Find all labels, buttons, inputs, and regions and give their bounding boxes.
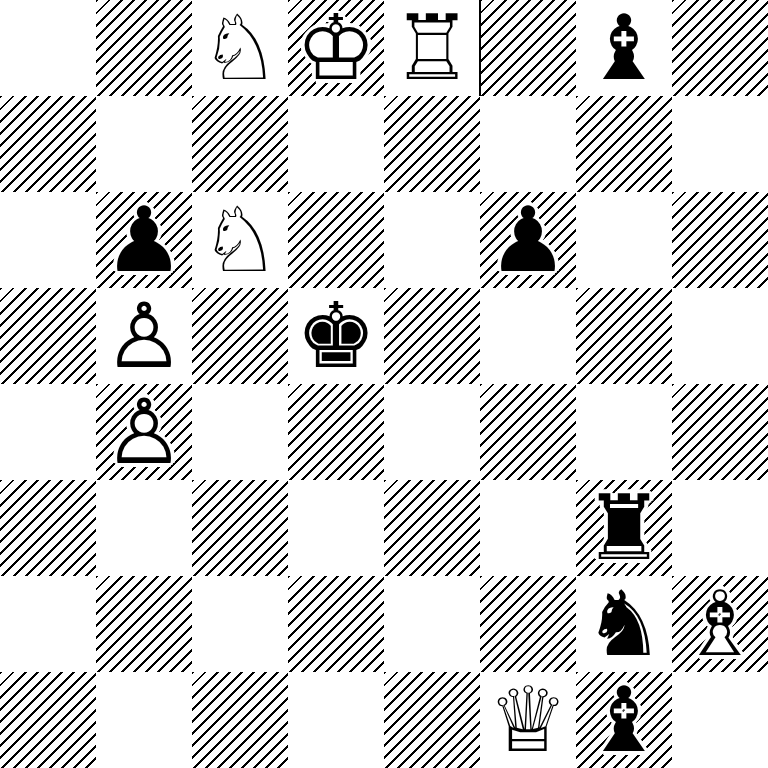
square-b7[interactable] <box>96 96 192 192</box>
piece-white-knight: ♞♘ <box>192 192 288 288</box>
square-h3[interactable] <box>672 480 768 576</box>
square-e7[interactable] <box>384 96 480 192</box>
piece-white-bishop: ♝♗ <box>672 576 768 672</box>
black-bishop-halo: ♝ <box>576 0 672 96</box>
black-pawn-icon: ♟ <box>480 192 576 288</box>
white-bishop-icon: ♗ <box>672 576 768 672</box>
square-b3[interactable] <box>96 480 192 576</box>
square-a1[interactable] <box>0 672 96 768</box>
square-a2[interactable] <box>0 576 96 672</box>
square-f4[interactable] <box>480 384 576 480</box>
piece-black-bishop: ♝♝ <box>576 672 672 768</box>
white-knight-halo: ♞ <box>192 192 288 288</box>
black-bishop-icon: ♝ <box>576 672 672 768</box>
square-c2[interactable] <box>192 576 288 672</box>
square-f2[interactable] <box>480 576 576 672</box>
piece-white-pawn: ♟♙ <box>96 288 192 384</box>
square-d2[interactable] <box>288 576 384 672</box>
piece-white-king: ♚♔ <box>288 0 384 96</box>
piece-white-knight: ♞♘ <box>192 0 288 96</box>
piece-black-pawn: ♟♟ <box>96 192 192 288</box>
black-bishop-halo: ♝ <box>576 672 672 768</box>
square-b4[interactable]: ♟♙ <box>96 384 192 480</box>
black-pawn-icon: ♟ <box>96 192 192 288</box>
square-d6[interactable] <box>288 192 384 288</box>
square-d7[interactable] <box>288 96 384 192</box>
square-d3[interactable] <box>288 480 384 576</box>
square-g8[interactable]: ♝♝ <box>576 0 672 96</box>
black-rook-halo: ♜ <box>576 480 672 576</box>
white-pawn-icon: ♙ <box>96 288 192 384</box>
white-pawn-halo: ♟ <box>96 384 192 480</box>
white-knight-icon: ♘ <box>192 0 288 96</box>
square-c6[interactable]: ♞♘ <box>192 192 288 288</box>
white-bishop-halo: ♝ <box>672 576 768 672</box>
square-f7[interactable] <box>480 96 576 192</box>
piece-white-queen: ♛♕ <box>480 672 576 768</box>
piece-white-pawn: ♟♙ <box>96 384 192 480</box>
square-g7[interactable] <box>576 96 672 192</box>
piece-black-king: ♚♚ <box>288 288 384 384</box>
square-h7[interactable] <box>672 96 768 192</box>
square-c5[interactable] <box>192 288 288 384</box>
square-b1[interactable] <box>96 672 192 768</box>
piece-white-rook: ♜♖ <box>384 0 480 96</box>
white-rook-halo: ♜ <box>384 0 480 96</box>
white-pawn-icon: ♙ <box>96 384 192 480</box>
black-pawn-halo: ♟ <box>480 192 576 288</box>
square-c4[interactable] <box>192 384 288 480</box>
square-f3[interactable] <box>480 480 576 576</box>
square-d1[interactable] <box>288 672 384 768</box>
square-a4[interactable] <box>0 384 96 480</box>
square-f5[interactable] <box>480 288 576 384</box>
square-a6[interactable] <box>0 192 96 288</box>
square-a8[interactable] <box>0 0 96 96</box>
white-queen-icon: ♕ <box>480 672 576 768</box>
white-knight-icon: ♘ <box>192 192 288 288</box>
square-a7[interactable] <box>0 96 96 192</box>
chess-board: ♞♘♚♔♜♖♝♝♟♟♞♘♟♟♟♙♚♚♟♙♜♜♞♞♝♗♛♕♝♝ <box>0 0 768 768</box>
square-e8[interactable]: ♜♖ <box>384 0 480 96</box>
white-rook-icon: ♖ <box>384 0 480 96</box>
square-h1[interactable] <box>672 672 768 768</box>
black-pawn-halo: ♟ <box>96 192 192 288</box>
square-g5[interactable] <box>576 288 672 384</box>
black-rook-icon: ♜ <box>576 480 672 576</box>
square-e5[interactable] <box>384 288 480 384</box>
square-f6[interactable]: ♟♟ <box>480 192 576 288</box>
square-a3[interactable] <box>0 480 96 576</box>
square-f1[interactable]: ♛♕ <box>480 672 576 768</box>
black-king-halo: ♚ <box>288 288 384 384</box>
white-pawn-halo: ♟ <box>96 288 192 384</box>
black-bishop-icon: ♝ <box>576 0 672 96</box>
square-e3[interactable] <box>384 480 480 576</box>
square-g6[interactable] <box>576 192 672 288</box>
white-king-halo: ♚ <box>288 0 384 96</box>
white-king-icon: ♔ <box>288 0 384 96</box>
square-g4[interactable] <box>576 384 672 480</box>
black-king-icon: ♚ <box>288 288 384 384</box>
square-d5[interactable]: ♚♚ <box>288 288 384 384</box>
square-g3[interactable]: ♜♜ <box>576 480 672 576</box>
square-b2[interactable] <box>96 576 192 672</box>
square-d4[interactable] <box>288 384 384 480</box>
square-e1[interactable] <box>384 672 480 768</box>
square-g1[interactable]: ♝♝ <box>576 672 672 768</box>
square-c7[interactable] <box>192 96 288 192</box>
square-g2[interactable]: ♞♞ <box>576 576 672 672</box>
square-h2[interactable]: ♝♗ <box>672 576 768 672</box>
black-knight-icon: ♞ <box>576 576 672 672</box>
render-artifact-line <box>479 0 481 96</box>
piece-black-bishop: ♝♝ <box>576 0 672 96</box>
square-c8[interactable]: ♞♘ <box>192 0 288 96</box>
square-e4[interactable] <box>384 384 480 480</box>
piece-black-rook: ♜♜ <box>576 480 672 576</box>
square-b8[interactable] <box>96 0 192 96</box>
square-h8[interactable] <box>672 0 768 96</box>
square-d8[interactable]: ♚♔ <box>288 0 384 96</box>
piece-black-pawn: ♟♟ <box>480 192 576 288</box>
square-f8[interactable] <box>480 0 576 96</box>
white-queen-halo: ♛ <box>480 672 576 768</box>
square-b5[interactable]: ♟♙ <box>96 288 192 384</box>
square-h5[interactable] <box>672 288 768 384</box>
square-e6[interactable] <box>384 192 480 288</box>
black-knight-halo: ♞ <box>576 576 672 672</box>
square-e2[interactable] <box>384 576 480 672</box>
square-h4[interactable] <box>672 384 768 480</box>
square-a5[interactable] <box>0 288 96 384</box>
square-c1[interactable] <box>192 672 288 768</box>
white-knight-halo: ♞ <box>192 0 288 96</box>
piece-black-knight: ♞♞ <box>576 576 672 672</box>
square-c3[interactable] <box>192 480 288 576</box>
square-h6[interactable] <box>672 192 768 288</box>
square-b6[interactable]: ♟♟ <box>96 192 192 288</box>
